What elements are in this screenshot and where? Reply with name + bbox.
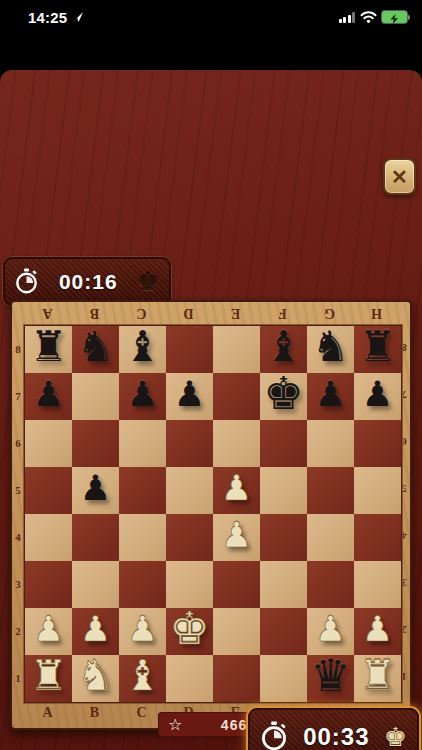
square-h1[interactable]: ♜ (354, 655, 401, 702)
square-a8[interactable]: ♜ (25, 326, 72, 373)
square-e1[interactable] (213, 655, 260, 702)
piece-white-king[interactable]: ♚ (166, 605, 213, 650)
square-h4[interactable] (354, 514, 401, 561)
piece-white-pawn[interactable]: ♟ (119, 611, 166, 646)
square-g5[interactable] (307, 467, 354, 514)
square-d1[interactable] (166, 655, 213, 702)
stopwatch-icon (14, 268, 39, 295)
square-b1[interactable]: ♞ (72, 655, 119, 702)
piece-black-knight[interactable]: ♞ (72, 325, 119, 367)
square-c2[interactable]: ♟ (119, 608, 166, 655)
square-c3[interactable] (119, 561, 166, 608)
piece-white-pawn[interactable]: ♟ (354, 611, 401, 646)
square-a6[interactable] (25, 420, 72, 467)
square-a2[interactable]: ♟ (25, 608, 72, 655)
rank-label-5: 5 (12, 466, 24, 513)
square-d4[interactable] (166, 514, 213, 561)
square-a1[interactable]: ♜ (25, 655, 72, 702)
square-c5[interactable] (119, 467, 166, 514)
square-a7[interactable]: ♟ (25, 373, 72, 420)
square-c7[interactable]: ♟ (119, 373, 166, 420)
piece-black-queen[interactable]: ♛ (307, 652, 354, 697)
black-king-icon: ♚ (137, 270, 159, 294)
square-c6[interactable] (119, 420, 166, 467)
square-h8[interactable]: ♜ (354, 326, 401, 373)
square-g8[interactable]: ♞ (307, 326, 354, 373)
square-e6[interactable] (213, 420, 260, 467)
square-h3[interactable] (354, 561, 401, 608)
square-h2[interactable]: ♟ (354, 608, 401, 655)
piece-white-pawn[interactable]: ♟ (213, 470, 260, 505)
file-label-top-e: E (212, 303, 259, 324)
star-icon: ☆ (168, 717, 182, 733)
file-label-top-d: D (165, 303, 212, 324)
piece-black-rook[interactable]: ♜ (25, 325, 72, 367)
square-f6[interactable] (260, 420, 307, 467)
square-f2[interactable] (260, 608, 307, 655)
piece-black-bishop[interactable]: ♝ (260, 325, 307, 367)
square-b5[interactable]: ♟ (72, 467, 119, 514)
opponent-timer: 00:16 ♚ (3, 257, 171, 306)
rank-label-6: 6 (12, 419, 24, 466)
clock-time: 14:25 (28, 9, 67, 26)
piece-black-pawn[interactable]: ♟ (166, 376, 213, 411)
square-f3[interactable] (260, 561, 307, 608)
wifi-icon (360, 11, 377, 23)
square-b2[interactable]: ♟ (72, 608, 119, 655)
square-e5[interactable]: ♟ (213, 467, 260, 514)
piece-white-pawn[interactable]: ♟ (72, 611, 119, 646)
square-e2[interactable] (213, 608, 260, 655)
file-label-a: A (24, 702, 71, 724)
opponent-time: 00:16 (39, 270, 137, 294)
signal-icon (339, 12, 356, 23)
square-a4[interactable] (25, 514, 72, 561)
rank-label-2: 2 (12, 607, 24, 654)
square-b3[interactable] (72, 561, 119, 608)
player-timer: 00:33 ♚ (248, 708, 419, 750)
square-b8[interactable]: ♞ (72, 326, 119, 373)
square-c4[interactable] (119, 514, 166, 561)
square-h6[interactable] (354, 420, 401, 467)
close-button[interactable]: ✕ (383, 158, 416, 195)
piece-black-rook[interactable]: ♜ (354, 325, 401, 367)
stopwatch-icon (259, 721, 289, 750)
battery-charging-icon (382, 11, 407, 23)
piece-black-pawn[interactable]: ♟ (119, 376, 166, 411)
square-c1[interactable]: ♝ (119, 655, 166, 702)
square-d8[interactable] (166, 326, 213, 373)
square-a5[interactable] (25, 467, 72, 514)
square-e3[interactable] (213, 561, 260, 608)
rank-label-7: 7 (12, 372, 24, 419)
square-c8[interactable]: ♝ (119, 326, 166, 373)
square-d2[interactable]: ♚ (166, 608, 213, 655)
square-e7[interactable] (213, 373, 260, 420)
rank-label-4: 4 (12, 513, 24, 560)
square-d7[interactable]: ♟ (166, 373, 213, 420)
square-g3[interactable] (307, 561, 354, 608)
square-g6[interactable] (307, 420, 354, 467)
square-g4[interactable] (307, 514, 354, 561)
square-f1[interactable] (260, 655, 307, 702)
square-f5[interactable] (260, 467, 307, 514)
square-f7[interactable]: ♚ (260, 373, 307, 420)
piece-black-pawn[interactable]: ♟ (354, 376, 401, 411)
piece-black-pawn[interactable]: ♟ (72, 470, 119, 505)
file-label-b: B (71, 702, 118, 724)
piece-white-bishop[interactable]: ♝ (119, 654, 166, 696)
rank-label-1: 1 (12, 654, 24, 701)
board-grid: ♜♞♝♝♞♜♟♟♟♚♟♟♟♟♟♟♟♟♚♟♟♜♞♝♛♜ (24, 325, 402, 703)
square-d5[interactable] (166, 467, 213, 514)
square-b7[interactable] (72, 373, 119, 420)
status-bar: 14:25 (0, 0, 422, 34)
square-d6[interactable] (166, 420, 213, 467)
square-a3[interactable] (25, 561, 72, 608)
rank-labels-left: 87654321 (12, 325, 24, 701)
white-king-icon: ♚ (384, 724, 407, 750)
rank-label-8: 8 (12, 325, 24, 372)
piece-black-knight[interactable]: ♞ (307, 325, 354, 367)
square-g7[interactable]: ♟ (307, 373, 354, 420)
piece-white-rook[interactable]: ♜ (354, 654, 401, 696)
square-b6[interactable] (72, 420, 119, 467)
piece-black-pawn[interactable]: ♟ (307, 376, 354, 411)
square-f4[interactable] (260, 514, 307, 561)
location-arrow-icon (72, 11, 84, 23)
square-b4[interactable] (72, 514, 119, 561)
piece-white-rook[interactable]: ♜ (25, 654, 72, 696)
piece-white-knight[interactable]: ♞ (72, 654, 119, 696)
square-g1[interactable]: ♛ (307, 655, 354, 702)
piece-black-king[interactable]: ♚ (260, 370, 307, 415)
square-e4[interactable]: ♟ (213, 514, 260, 561)
game-background: ✕ 00:16 ♚ ABCDEFGH ABCDEFGH 87654321 876… (0, 70, 422, 750)
chess-board: ABCDEFGH ABCDEFGH 87654321 87654321 ♜♞♝♝… (10, 300, 412, 730)
rank-label-3: 3 (12, 560, 24, 607)
piece-black-bishop[interactable]: ♝ (119, 325, 166, 367)
player-time: 00:33 (289, 723, 384, 750)
square-h7[interactable]: ♟ (354, 373, 401, 420)
piece-white-pawn[interactable]: ♟ (25, 611, 72, 646)
piece-black-pawn[interactable]: ♟ (25, 376, 72, 411)
piece-white-pawn[interactable]: ♟ (307, 611, 354, 646)
piece-white-pawn[interactable]: ♟ (213, 517, 260, 552)
square-h5[interactable] (354, 467, 401, 514)
square-e8[interactable] (213, 326, 260, 373)
